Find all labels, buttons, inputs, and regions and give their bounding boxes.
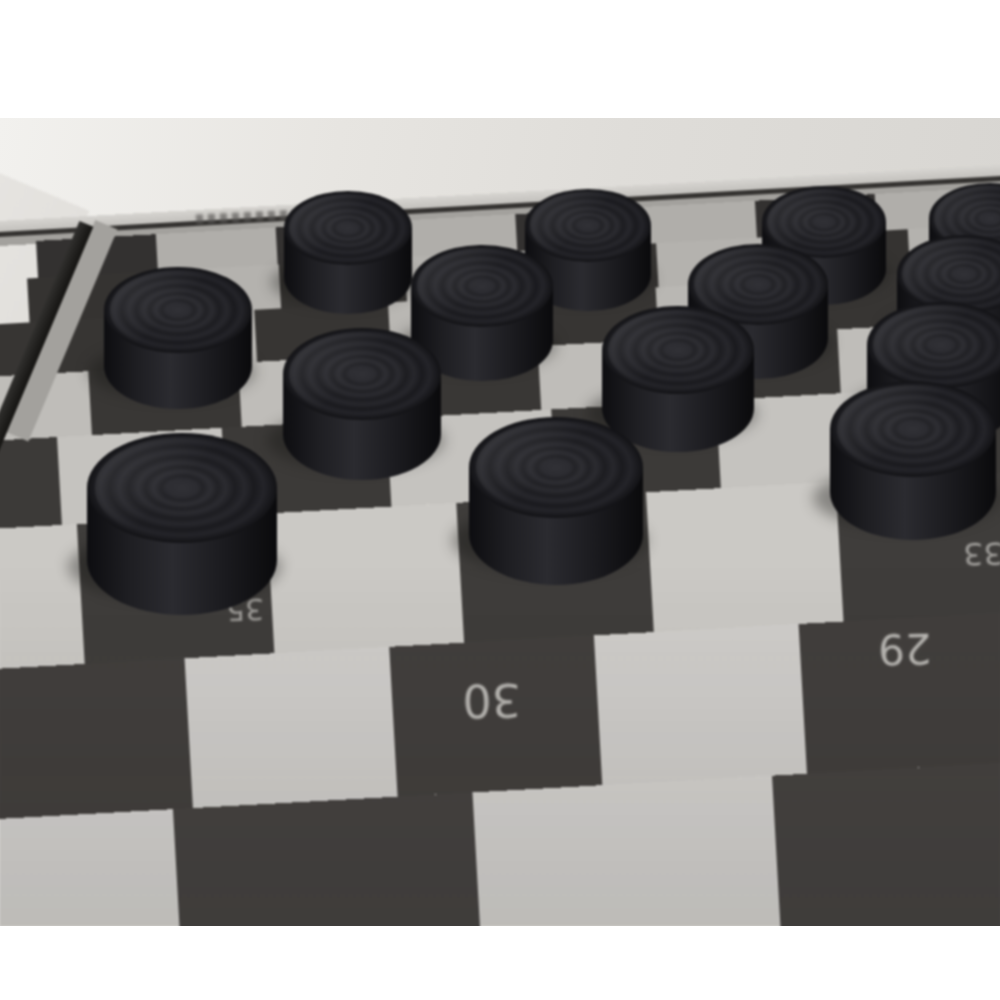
photo-area: 35333029	[0, 118, 1000, 926]
product-photo: 35333029	[0, 0, 1000, 1000]
checker-top-face	[284, 191, 412, 265]
square-r8c2-light	[472, 776, 783, 926]
checker-top-face	[830, 381, 996, 477]
checker-top-face	[283, 328, 441, 420]
black-checker-r4c1	[104, 267, 252, 435]
square-r7c3-dark: 30	[389, 635, 602, 796]
board-grid: 35333029	[0, 118, 994, 146]
black-checker-r6c3	[469, 417, 643, 614]
scene: 35333029	[0, 118, 1000, 926]
square-r6c4-light	[646, 482, 844, 632]
square-r6c2-light	[267, 503, 465, 653]
black-checker-r3c2	[284, 191, 412, 336]
checker-top-face	[87, 433, 277, 543]
checker-top-face	[602, 306, 754, 394]
square-r7c2-light	[185, 647, 398, 808]
square-r7c1-dark	[0, 658, 193, 819]
square-r7c5-dark: 29	[799, 613, 1000, 774]
square-r5c0-dark	[0, 437, 62, 534]
black-checker-r6c5	[830, 381, 996, 569]
square-number-30: 30	[462, 677, 521, 724]
square-r8c0-light	[0, 809, 184, 926]
square-r8c1-dark	[173, 792, 484, 926]
checker-top-face	[411, 245, 553, 327]
black-checker-r5c2	[283, 328, 441, 508]
black-checker-r6c1	[87, 433, 277, 648]
checker-top-face	[469, 417, 643, 518]
square-r8c3-dark	[772, 759, 1000, 926]
square-number-29: 29	[878, 627, 932, 670]
square-r6c0-light	[0, 524, 85, 674]
square-r7c4-light	[594, 624, 807, 785]
checker-top-face	[104, 267, 252, 353]
